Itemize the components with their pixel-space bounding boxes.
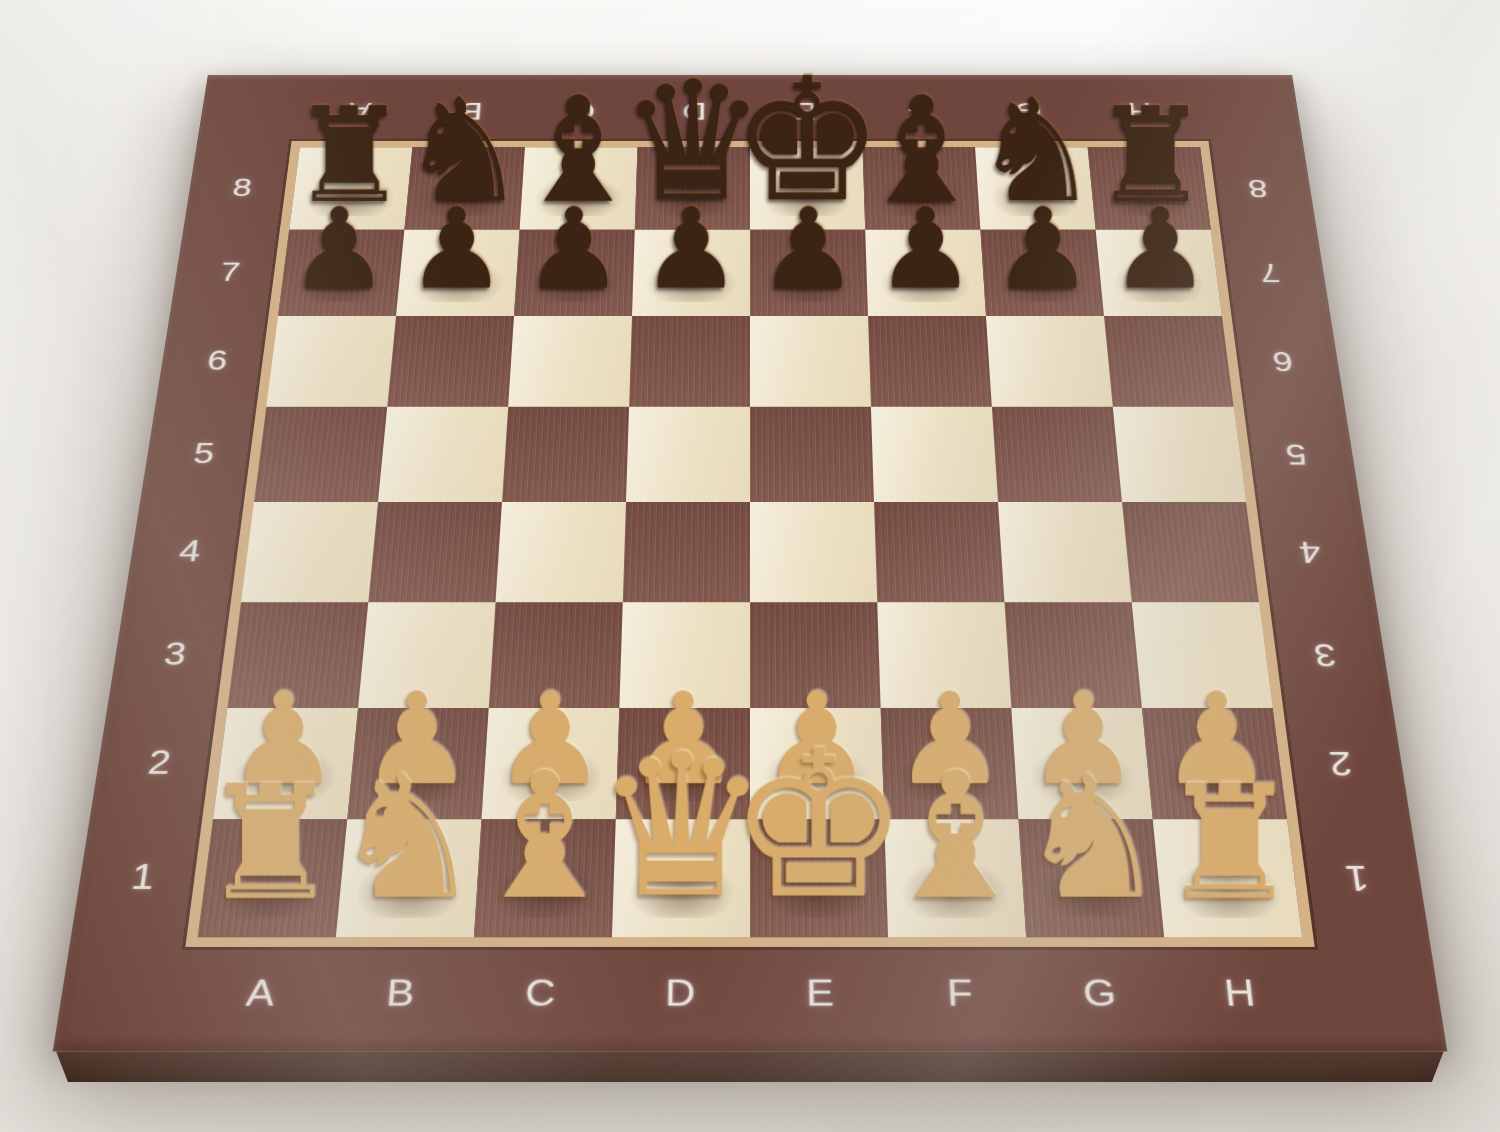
square-f6[interactable]	[868, 316, 992, 407]
piece-black-knight-g8[interactable]: ♞	[973, 80, 1100, 222]
square-f5[interactable]	[871, 407, 998, 502]
square-b5[interactable]	[378, 407, 508, 502]
square-d2[interactable]: ♟	[616, 708, 750, 819]
rank-label-right-5: 5	[1234, 407, 1360, 502]
piece-white-pawn-a2[interactable]: ♟	[227, 676, 341, 803]
square-d3[interactable]	[619, 602, 750, 708]
square-h3[interactable]	[1132, 602, 1273, 708]
rank-label-left-2: 2	[90, 708, 228, 819]
square-e1[interactable]: ♚	[750, 819, 888, 937]
square-h8[interactable]: ♜	[1088, 147, 1211, 229]
square-g8[interactable]: ♞	[975, 147, 1096, 229]
rank-label-right-3: 3	[1259, 602, 1393, 708]
piece-black-pawn-d7[interactable]: ♟	[641, 193, 741, 305]
square-h5[interactable]	[1113, 407, 1246, 502]
square-a4[interactable]	[241, 502, 378, 602]
piece-white-bishop-f1[interactable]: ♝	[877, 749, 1034, 924]
piece-white-pawn-d2[interactable]: ♟	[626, 676, 740, 803]
rank-label-left-5: 5	[140, 407, 266, 502]
file-label-bottom-d: D	[608, 937, 750, 1051]
rank-label-left-4: 4	[124, 502, 254, 602]
piece-white-pawn-c2[interactable]: ♟	[493, 676, 607, 803]
square-g5[interactable]	[992, 407, 1122, 502]
file-label-top-f: F	[860, 75, 975, 147]
rank-label-right-2: 2	[1273, 708, 1411, 819]
square-c2[interactable]: ♟	[482, 708, 620, 819]
file-label-bottom-f: F	[888, 937, 1033, 1051]
piece-white-pawn-h2[interactable]: ♟	[1160, 676, 1274, 803]
piece-black-bishop-c8[interactable]: ♝	[513, 77, 644, 223]
square-c4[interactable]	[496, 502, 626, 602]
rank-label-right-7: 7	[1211, 230, 1331, 316]
piece-white-rook-h1[interactable]: ♜	[1159, 765, 1300, 922]
file-label-top-g: G	[970, 75, 1087, 147]
square-g2[interactable]: ♟	[1011, 708, 1152, 819]
square-a2[interactable]: ♟	[213, 708, 358, 819]
square-c1[interactable]: ♝	[474, 819, 616, 937]
square-d8[interactable]: ♛	[635, 147, 750, 229]
square-d7[interactable]: ♟	[632, 230, 750, 316]
rank-labels-right: 87654321	[1200, 147, 1429, 937]
file-label-bottom-g: G	[1026, 937, 1175, 1051]
square-b1[interactable]: ♞	[336, 819, 482, 937]
square-h7[interactable]: ♟	[1096, 230, 1222, 316]
piece-black-pawn-e7[interactable]: ♟	[759, 193, 859, 305]
square-c7[interactable]: ♟	[514, 230, 635, 316]
square-f2[interactable]: ♟	[881, 708, 1019, 819]
rank-label-right-1: 1	[1287, 819, 1429, 937]
rank-label-left-1: 1	[71, 819, 213, 937]
tablecloth-background: ♜♞♝♛♚♝♞♜♟♟♟♟♟♟♟♟♟♟♟♟♟♟♟♟♜♞♝♛♚♝♞♜ ABCDEFG…	[0, 0, 1500, 1132]
piece-black-knight-b8[interactable]: ♞	[400, 80, 527, 222]
file-label-top-b: B	[412, 75, 529, 147]
square-b6[interactable]	[387, 316, 514, 407]
file-labels-top: ABCDEFGH	[300, 75, 1200, 147]
piece-black-pawn-g7[interactable]: ♟	[993, 193, 1093, 305]
piece-black-pawn-f7[interactable]: ♟	[876, 193, 976, 305]
rank-label-right-6: 6	[1222, 316, 1345, 407]
square-c3[interactable]	[489, 602, 623, 708]
piece-black-rook-h8[interactable]: ♜	[1092, 90, 1210, 221]
piece-white-queen-d1[interactable]: ♛	[593, 729, 769, 926]
file-label-top-h: H	[1081, 75, 1201, 147]
square-g6[interactable]	[986, 316, 1113, 407]
square-e2[interactable]: ♟	[750, 708, 884, 819]
piece-white-rook-a1[interactable]: ♜	[200, 765, 341, 922]
piece-white-pawn-e2[interactable]: ♟	[760, 676, 874, 803]
board-scene: ♜♞♝♛♚♝♞♜♟♟♟♟♟♟♟♟♟♟♟♟♟♟♟♟♜♞♝♛♚♝♞♜ ABCDEFG…	[0, 0, 1500, 1132]
rank-label-right-8: 8	[1200, 147, 1317, 229]
square-a7[interactable]: ♟	[278, 230, 404, 316]
file-label-bottom-b: B	[325, 937, 474, 1051]
square-f7[interactable]: ♟	[865, 230, 986, 316]
rank-label-left-6: 6	[155, 316, 278, 407]
square-c6[interactable]	[508, 316, 632, 407]
square-g4[interactable]	[998, 502, 1132, 602]
file-label-bottom-h: H	[1164, 937, 1317, 1051]
file-labels-bottom: ABCDEFGH	[183, 937, 1317, 1051]
piece-white-pawn-f2[interactable]: ♟	[893, 676, 1007, 803]
file-label-bottom-e: E	[750, 937, 892, 1051]
piece-white-knight-g1[interactable]: ♞	[1016, 753, 1169, 923]
square-e8[interactable]: ♚	[750, 147, 865, 229]
piece-white-pawn-g2[interactable]: ♟	[1026, 676, 1140, 803]
file-label-top-a: A	[300, 75, 420, 147]
square-d4[interactable]	[623, 502, 750, 602]
piece-white-knight-b1[interactable]: ♞	[331, 753, 484, 923]
piece-black-pawn-b7[interactable]: ♟	[407, 193, 507, 305]
piece-white-pawn-b2[interactable]: ♟	[360, 676, 474, 803]
square-f1[interactable]: ♝	[884, 819, 1026, 937]
square-e3[interactable]	[750, 602, 881, 708]
piece-black-pawn-c7[interactable]: ♟	[524, 193, 624, 305]
square-c8[interactable]: ♝	[520, 147, 638, 229]
rank-label-left-8: 8	[183, 147, 300, 229]
square-e4[interactable]	[750, 502, 877, 602]
piece-black-bishop-f8[interactable]: ♝	[856, 77, 987, 223]
file-label-top-d: D	[637, 75, 750, 147]
square-e6[interactable]	[750, 316, 871, 407]
piece-black-king-e8[interactable]: ♚	[731, 55, 883, 225]
piece-black-queen-d8[interactable]: ♛	[619, 60, 766, 224]
file-label-top-e: E	[750, 75, 863, 147]
rank-label-left-3: 3	[107, 602, 241, 708]
square-h4[interactable]	[1122, 502, 1259, 602]
square-g1[interactable]: ♞	[1018, 819, 1164, 937]
board-front-edge	[56, 1051, 1444, 1082]
square-g3[interactable]	[1004, 602, 1141, 708]
square-b7[interactable]: ♟	[396, 230, 520, 316]
square-h6[interactable]	[1104, 316, 1234, 407]
piece-white-bishop-c1[interactable]: ♝	[466, 749, 623, 924]
square-b2[interactable]: ♟	[347, 708, 488, 819]
rank-label-left-7: 7	[170, 230, 290, 316]
square-d6[interactable]	[629, 316, 750, 407]
file-label-bottom-c: C	[467, 937, 612, 1051]
piece-white-king-e1[interactable]: ♚	[727, 723, 909, 926]
rank-label-right-4: 4	[1246, 502, 1376, 602]
piece-black-pawn-h7[interactable]: ♟	[1110, 193, 1210, 305]
board-squares-grid: ♜♞♝♛♚♝♞♜♟♟♟♟♟♟♟♟♟♟♟♟♟♟♟♟♜♞♝♛♚♝♞♜	[198, 147, 1302, 937]
square-a8[interactable]: ♜	[289, 147, 412, 229]
square-h1[interactable]: ♜	[1153, 819, 1302, 937]
square-b3[interactable]	[358, 602, 495, 708]
square-g7[interactable]: ♟	[980, 230, 1104, 316]
square-b8[interactable]: ♞	[404, 147, 525, 229]
square-a5[interactable]	[254, 407, 387, 502]
photo-of-chessboard: { "game": "chess", "position": { "fen": …	[0, 0, 1500, 1132]
square-h2[interactable]: ♟	[1142, 708, 1287, 819]
square-b4[interactable]	[368, 502, 502, 602]
square-a3[interactable]	[227, 602, 368, 708]
piece-black-pawn-a7[interactable]: ♟	[290, 193, 390, 305]
piece-black-rook-a8[interactable]: ♜	[290, 90, 408, 221]
square-d1[interactable]: ♛	[612, 819, 750, 937]
square-e5[interactable]	[750, 407, 874, 502]
file-label-top-c: C	[525, 75, 640, 147]
square-f4[interactable]	[874, 502, 1004, 602]
square-a6[interactable]	[266, 316, 396, 407]
chess-board: ♜♞♝♛♚♝♞♜♟♟♟♟♟♟♟♟♟♟♟♟♟♟♟♟♜♞♝♛♚♝♞♜ ABCDEFG…	[53, 75, 1448, 1052]
square-e7[interactable]: ♟	[750, 230, 868, 316]
square-f8[interactable]: ♝	[863, 147, 981, 229]
rank-labels-left: 87654321	[71, 147, 300, 937]
file-label-bottom-a: A	[183, 937, 336, 1051]
square-c5[interactable]	[502, 407, 629, 502]
square-a1[interactable]: ♜	[198, 819, 347, 937]
square-d5[interactable]	[626, 407, 750, 502]
square-f3[interactable]	[877, 602, 1011, 708]
